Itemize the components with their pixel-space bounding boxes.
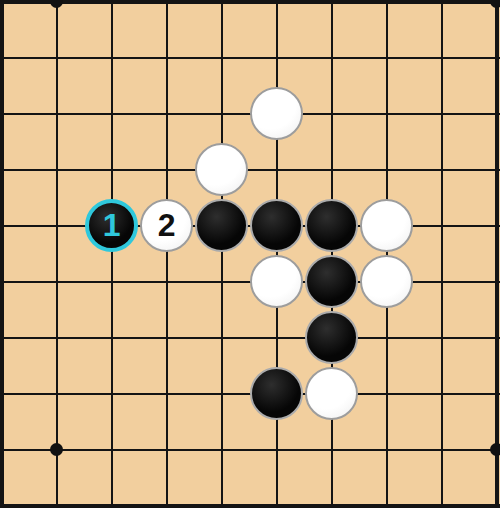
star-point [490,0,500,8]
white-stone[interactable] [360,199,413,252]
star-point [50,0,63,8]
black-stone[interactable] [305,255,358,308]
black-stone[interactable]: 1 [85,199,138,252]
white-stone[interactable] [195,143,248,196]
board-intersections: 12 [0,0,500,508]
move-number-label: 1 [103,209,121,241]
white-stone[interactable] [250,87,303,140]
black-stone[interactable] [305,199,358,252]
black-stone[interactable] [195,199,248,252]
black-stone[interactable] [250,367,303,420]
move-number-label: 2 [158,209,176,241]
black-stone[interactable] [305,311,358,364]
star-point [50,443,63,456]
white-stone[interactable] [360,255,413,308]
white-stone[interactable] [250,255,303,308]
go-board[interactable]: 12 [0,0,500,508]
star-point [490,443,500,456]
white-stone[interactable]: 2 [140,199,193,252]
black-stone[interactable] [250,199,303,252]
white-stone[interactable] [305,367,358,420]
